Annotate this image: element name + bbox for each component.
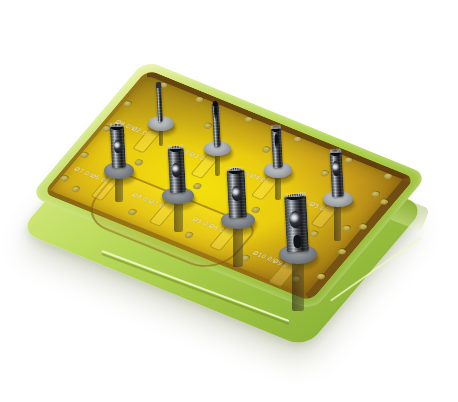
bur-7 xyxy=(227,170,247,219)
bur-side-window xyxy=(333,161,341,177)
bur-6 xyxy=(168,148,186,194)
bur-side-window xyxy=(172,163,182,177)
bur-tip xyxy=(156,82,161,88)
bur-side-slot xyxy=(274,134,279,148)
bur-side-slot xyxy=(214,106,218,119)
bur-side-window xyxy=(231,186,242,201)
bur-side-window xyxy=(113,140,122,153)
bur-side-window xyxy=(289,210,303,229)
bur-8 xyxy=(284,196,309,253)
bur-lower-slot xyxy=(293,235,302,248)
bur-3 xyxy=(271,128,283,168)
bur-5 xyxy=(110,126,126,169)
bur-4 xyxy=(330,152,344,198)
photo-canvas: Ø3.0/Ø2.0 Ø4.0/Ø3.0 Ø5.0/Ø4.0 Ø6.0/Ø5.0 … xyxy=(0,0,458,402)
